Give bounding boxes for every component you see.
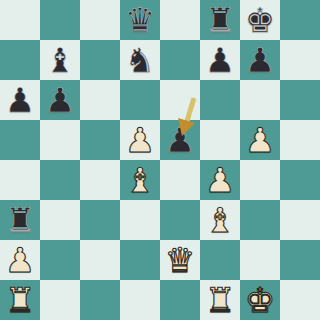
square-a5[interactable] bbox=[0, 120, 40, 160]
square-b4[interactable] bbox=[40, 160, 80, 200]
square-h6[interactable] bbox=[280, 80, 320, 120]
white-pawn[interactable]: ♟ bbox=[200, 160, 240, 200]
square-e7[interactable] bbox=[160, 40, 200, 80]
square-c1[interactable] bbox=[80, 280, 120, 320]
square-b5[interactable] bbox=[40, 120, 80, 160]
square-g4[interactable] bbox=[240, 160, 280, 200]
square-h5[interactable] bbox=[280, 120, 320, 160]
square-h7[interactable] bbox=[280, 40, 320, 80]
white-rook[interactable]: ♜ bbox=[0, 280, 40, 320]
black-pawn[interactable]: ♟ bbox=[40, 80, 80, 120]
black-pawn[interactable]: ♟ bbox=[200, 40, 240, 80]
square-c7[interactable] bbox=[80, 40, 120, 80]
square-b2[interactable] bbox=[40, 240, 80, 280]
square-c4[interactable] bbox=[80, 160, 120, 200]
black-knight[interactable]: ♞ bbox=[120, 40, 160, 80]
square-h4[interactable] bbox=[280, 160, 320, 200]
square-e8[interactable] bbox=[160, 0, 200, 40]
square-b7[interactable]: ♝ bbox=[40, 40, 80, 80]
square-e5[interactable]: ♟ bbox=[160, 120, 200, 160]
square-a3[interactable]: ♜ bbox=[0, 200, 40, 240]
square-f2[interactable] bbox=[200, 240, 240, 280]
square-f3[interactable]: ♝ bbox=[200, 200, 240, 240]
square-d7[interactable]: ♞ bbox=[120, 40, 160, 80]
square-d2[interactable] bbox=[120, 240, 160, 280]
white-king[interactable]: ♚ bbox=[240, 280, 280, 320]
square-e1[interactable] bbox=[160, 280, 200, 320]
black-bishop[interactable]: ♝ bbox=[40, 40, 80, 80]
square-g7[interactable]: ♟ bbox=[240, 40, 280, 80]
square-g3[interactable] bbox=[240, 200, 280, 240]
white-bishop[interactable]: ♝ bbox=[200, 200, 240, 240]
square-f1[interactable]: ♜ bbox=[200, 280, 240, 320]
square-h8[interactable] bbox=[280, 0, 320, 40]
black-king[interactable]: ♚ bbox=[240, 0, 280, 40]
square-a4[interactable] bbox=[0, 160, 40, 200]
white-bishop[interactable]: ♝ bbox=[120, 160, 160, 200]
square-f5[interactable] bbox=[200, 120, 240, 160]
square-h3[interactable] bbox=[280, 200, 320, 240]
square-f6[interactable] bbox=[200, 80, 240, 120]
square-c2[interactable] bbox=[80, 240, 120, 280]
square-c8[interactable] bbox=[80, 0, 120, 40]
square-b1[interactable] bbox=[40, 280, 80, 320]
square-d1[interactable] bbox=[120, 280, 160, 320]
square-a1[interactable]: ♜ bbox=[0, 280, 40, 320]
square-d6[interactable] bbox=[120, 80, 160, 120]
square-h1[interactable] bbox=[280, 280, 320, 320]
square-a2[interactable]: ♟ bbox=[0, 240, 40, 280]
square-e2[interactable]: ♛ bbox=[160, 240, 200, 280]
square-a8[interactable] bbox=[0, 0, 40, 40]
square-c5[interactable] bbox=[80, 120, 120, 160]
black-rook[interactable]: ♜ bbox=[200, 0, 240, 40]
chess-board: ♛♜♚♝♞♟♟♟♟♟♟♟♝♟♜♝♟♛♜♜♚ bbox=[0, 0, 320, 320]
white-pawn[interactable]: ♟ bbox=[240, 120, 280, 160]
square-g8[interactable]: ♚ bbox=[240, 0, 280, 40]
square-f8[interactable]: ♜ bbox=[200, 0, 240, 40]
chess-board-area: ♛♜♚♝♞♟♟♟♟♟♟♟♝♟♜♝♟♛♜♜♚ bbox=[0, 0, 320, 320]
square-d4[interactable]: ♝ bbox=[120, 160, 160, 200]
black-rook[interactable]: ♜ bbox=[0, 200, 40, 240]
black-queen[interactable]: ♛ bbox=[120, 0, 160, 40]
white-pawn[interactable]: ♟ bbox=[0, 240, 40, 280]
white-pawn[interactable]: ♟ bbox=[120, 120, 160, 160]
square-c3[interactable] bbox=[80, 200, 120, 240]
square-g6[interactable] bbox=[240, 80, 280, 120]
black-pawn[interactable]: ♟ bbox=[160, 120, 200, 160]
square-b8[interactable] bbox=[40, 0, 80, 40]
square-f7[interactable]: ♟ bbox=[200, 40, 240, 80]
white-rook[interactable]: ♜ bbox=[200, 280, 240, 320]
square-d5[interactable]: ♟ bbox=[120, 120, 160, 160]
square-a6[interactable]: ♟ bbox=[0, 80, 40, 120]
square-h2[interactable] bbox=[280, 240, 320, 280]
square-d3[interactable] bbox=[120, 200, 160, 240]
square-g1[interactable]: ♚ bbox=[240, 280, 280, 320]
square-e3[interactable] bbox=[160, 200, 200, 240]
square-e6[interactable] bbox=[160, 80, 200, 120]
black-pawn[interactable]: ♟ bbox=[240, 40, 280, 80]
square-g5[interactable]: ♟ bbox=[240, 120, 280, 160]
black-pawn[interactable]: ♟ bbox=[0, 80, 40, 120]
white-queen[interactable]: ♛ bbox=[160, 240, 200, 280]
square-b6[interactable]: ♟ bbox=[40, 80, 80, 120]
square-g2[interactable] bbox=[240, 240, 280, 280]
square-e4[interactable] bbox=[160, 160, 200, 200]
square-b3[interactable] bbox=[40, 200, 80, 240]
square-a7[interactable] bbox=[0, 40, 40, 80]
square-d8[interactable]: ♛ bbox=[120, 0, 160, 40]
square-c6[interactable] bbox=[80, 80, 120, 120]
square-f4[interactable]: ♟ bbox=[200, 160, 240, 200]
